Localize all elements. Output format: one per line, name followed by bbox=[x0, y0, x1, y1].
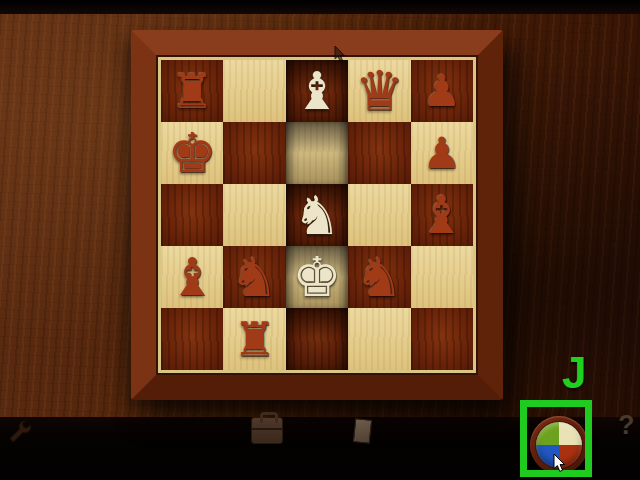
help-icon[interactable]: ? bbox=[618, 410, 635, 441]
board-square[interactable] bbox=[223, 122, 285, 184]
red-rook: ♜ bbox=[233, 315, 276, 363]
board-square[interactable] bbox=[348, 184, 410, 246]
mouse-cursor-dark bbox=[334, 46, 346, 63]
board-square[interactable] bbox=[286, 122, 348, 184]
white-knight: ♞ bbox=[293, 189, 341, 242]
top-black-strip bbox=[0, 0, 640, 14]
board-square[interactable] bbox=[348, 122, 410, 184]
briefcase-icon[interactable] bbox=[251, 417, 283, 444]
red-queen: ♛ bbox=[355, 64, 404, 119]
red-knight: ♞ bbox=[231, 251, 279, 304]
white-bishop: ♝ bbox=[294, 65, 341, 117]
board-square[interactable]: ♚ bbox=[161, 122, 223, 184]
board-square[interactable]: ♞ bbox=[348, 246, 410, 308]
board-square[interactable]: ♟ bbox=[411, 122, 473, 184]
red-bishop: ♝ bbox=[169, 251, 216, 303]
board-square[interactable] bbox=[348, 308, 410, 370]
board-square[interactable]: ♞ bbox=[223, 246, 285, 308]
board-square[interactable] bbox=[223, 60, 285, 122]
board-square[interactable] bbox=[161, 308, 223, 370]
board-square[interactable]: ♝ bbox=[286, 60, 348, 122]
red-pawn: ♟ bbox=[423, 132, 462, 175]
board-square[interactable]: ♜ bbox=[161, 60, 223, 122]
chess-board: ♜♝♛♟♚♟♞♝♝♞♚♞♜ bbox=[158, 57, 476, 373]
board-square[interactable]: ♜ bbox=[223, 308, 285, 370]
board-square[interactable]: ♝ bbox=[161, 246, 223, 308]
wrench-icon[interactable] bbox=[5, 417, 35, 447]
red-knight: ♞ bbox=[356, 251, 404, 304]
red-pawn: ♟ bbox=[423, 70, 462, 113]
game-screen: ♜♝♛♟♚♟♞♝♝♞♚♞♜ ? J bbox=[0, 0, 640, 480]
board-square[interactable]: ♝ bbox=[411, 184, 473, 246]
red-bishop: ♝ bbox=[418, 189, 465, 241]
board-square[interactable]: ♛ bbox=[348, 60, 410, 122]
red-rook: ♜ bbox=[171, 67, 214, 115]
board-square[interactable] bbox=[411, 308, 473, 370]
board-square[interactable] bbox=[411, 246, 473, 308]
white-king: ♚ bbox=[292, 250, 341, 305]
board-square[interactable] bbox=[286, 308, 348, 370]
mouse-cursor bbox=[553, 454, 567, 473]
red-king: ♚ bbox=[168, 126, 217, 181]
board-square[interactable] bbox=[161, 184, 223, 246]
walkthrough-label: J bbox=[562, 348, 586, 398]
board-square[interactable]: ♟ bbox=[411, 60, 473, 122]
board-square[interactable] bbox=[223, 184, 285, 246]
board-square[interactable]: ♞ bbox=[286, 184, 348, 246]
note-icon[interactable] bbox=[353, 418, 372, 444]
board-square[interactable]: ♚ bbox=[286, 246, 348, 308]
chess-board-frame: ♜♝♛♟♚♟♞♝♝♞♚♞♜ bbox=[131, 30, 503, 400]
